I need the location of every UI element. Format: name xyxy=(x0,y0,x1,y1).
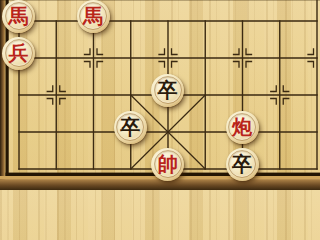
black-soldier[interactable]: 卒 xyxy=(114,111,147,144)
red-horse[interactable]: 馬 xyxy=(77,0,110,33)
piece-glyph: 卒 xyxy=(120,117,140,137)
piece-glyph: 馬 xyxy=(83,6,103,26)
piece-glyph: 卒 xyxy=(158,80,178,100)
xiangqi-board[interactable]: 馬馬兵卒卒炮帥卒 xyxy=(0,0,320,190)
red-horse[interactable]: 馬 xyxy=(2,0,35,33)
piece-glyph: 馬 xyxy=(9,6,29,26)
piece-glyph: 卒 xyxy=(232,154,252,174)
piece-glyph: 帥 xyxy=(158,154,178,174)
piece-glyph: 兵 xyxy=(9,43,29,63)
red-cannon[interactable]: 炮 xyxy=(226,111,259,144)
red-general[interactable]: 帥 xyxy=(151,148,184,181)
xiangqi-app: { "game": "xiangqi", "board": { "type": … xyxy=(0,0,320,190)
black-soldier[interactable]: 卒 xyxy=(226,148,259,181)
black-soldier[interactable]: 卒 xyxy=(151,74,184,107)
red-soldier[interactable]: 兵 xyxy=(2,37,35,70)
board-outside-bottom xyxy=(0,179,320,190)
top-edge-shade xyxy=(0,0,320,1)
board-outside-left xyxy=(0,0,6,190)
piece-glyph: 炮 xyxy=(232,117,252,137)
